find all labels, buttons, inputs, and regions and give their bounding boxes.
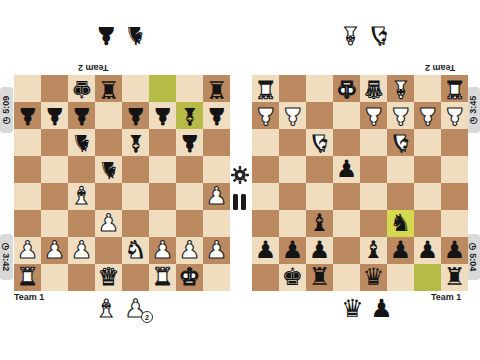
black-bishop-d7: ♝ — [363, 237, 385, 264]
square-g2[interactable]: ♟ — [176, 237, 203, 264]
team-2-label-right: Team 2 — [425, 63, 455, 73]
white-bishop-c1: ♝ — [390, 75, 412, 102]
square-a4[interactable] — [441, 156, 468, 183]
square-e3[interactable] — [122, 210, 149, 237]
white-queen-d1: ♛ — [363, 75, 385, 102]
white-queen-d1: ♛ — [98, 264, 120, 291]
square-a7[interactable]: ♟ — [14, 102, 41, 129]
white-pawn-h4: ♟ — [206, 183, 228, 210]
black-bishop-e6: ♝ — [125, 129, 147, 156]
square-e8[interactable] — [333, 264, 360, 291]
square-d1[interactable]: ♛ — [360, 75, 387, 102]
square-e3[interactable] — [333, 129, 360, 156]
square-b1[interactable] — [414, 75, 441, 102]
square-d4[interactable] — [95, 183, 122, 210]
black-pawn-glyph: ♟ — [95, 22, 117, 49]
square-e6[interactable]: ♝ — [122, 129, 149, 156]
square-c1[interactable] — [68, 264, 95, 291]
black-king-c8: ♚ — [71, 75, 93, 102]
square-d3[interactable] — [360, 129, 387, 156]
left-board[interactable]: ♚♜♜♟♟♟♟♟♝♟♞♝♟♞♝♟♟♟♟♟♞♟♟♟♜♛♜♚ — [14, 75, 230, 291]
square-g8[interactable] — [176, 75, 203, 102]
square-c2[interactable]: ♟ — [68, 237, 95, 264]
square-d1[interactable]: ♛ — [95, 264, 122, 291]
black-pawn-a7: ♟ — [444, 237, 466, 264]
captured-black-pawn[interactable]: ♟ — [93, 20, 120, 50]
square-a7[interactable]: ♟ — [441, 237, 468, 264]
black-rook-f8: ♜ — [309, 264, 331, 291]
square-h5[interactable] — [252, 183, 279, 210]
square-g8[interactable]: ♚ — [279, 264, 306, 291]
square-a6[interactable] — [14, 129, 41, 156]
square-a8[interactable]: ♜ — [441, 264, 468, 291]
square-c7[interactable]: ♟ — [68, 102, 95, 129]
square-b7[interactable]: ♟ — [41, 102, 68, 129]
square-h8[interactable] — [252, 264, 279, 291]
tray-left-top[interactable]: ♟♞ — [93, 20, 149, 50]
black-knight-d5: ♞ — [98, 156, 120, 183]
square-f6[interactable] — [149, 129, 176, 156]
square-h8[interactable]: ♜ — [203, 75, 230, 102]
black-pawn-g7: ♟ — [282, 237, 304, 264]
right-board[interactable]: ♜♚♛♝♜♟♟♟♟♟♟♞♞♟♝♞♟♟♟♝♟♟♟♚♜♛♜ — [252, 75, 468, 291]
clock-left-bottom: ◷ 3:42 — [0, 234, 13, 280]
captured-black-pawn[interactable]: ♟ — [368, 293, 395, 323]
square-f7[interactable]: ♟ — [149, 102, 176, 129]
square-h5[interactable] — [203, 156, 230, 183]
square-a5[interactable] — [441, 183, 468, 210]
tray-right-bottom[interactable]: ♛♟ — [339, 293, 395, 323]
square-h6[interactable] — [252, 210, 279, 237]
clock-icon: ◷ — [469, 116, 479, 124]
white-pawn-d3: ♟ — [98, 210, 120, 237]
white-pawn-b2: ♟ — [44, 237, 66, 264]
white-pawn-b2: ♟ — [417, 102, 439, 129]
black-rook-h8: ♜ — [206, 75, 228, 102]
square-h1[interactable] — [203, 264, 230, 291]
black-rook-d8: ♜ — [98, 75, 120, 102]
white-pawn-g2: ♟ — [179, 237, 201, 264]
square-c1[interactable]: ♝ — [387, 75, 414, 102]
white-bishop-glyph: ♝ — [339, 22, 361, 49]
black-pawn-c7: ♟ — [71, 102, 93, 129]
square-a8[interactable] — [14, 75, 41, 102]
square-d5[interactable]: ♞ — [95, 156, 122, 183]
clock-left-top: ◷ 5:09 — [0, 87, 13, 133]
white-rook-f1: ♜ — [152, 264, 174, 291]
black-bishop-g7: ♝ — [179, 102, 201, 129]
captured-white-bishop[interactable]: ♝ — [93, 293, 120, 323]
square-a1[interactable]: ♜ — [441, 75, 468, 102]
square-b4[interactable] — [414, 156, 441, 183]
square-d2[interactable]: ♟ — [360, 102, 387, 129]
square-f2[interactable]: ♟ — [149, 237, 176, 264]
square-c4[interactable] — [387, 156, 414, 183]
square-h3[interactable] — [203, 210, 230, 237]
square-a2[interactable]: ♟ — [441, 102, 468, 129]
square-h6[interactable] — [203, 129, 230, 156]
square-g7[interactable]: ♟ — [279, 237, 306, 264]
square-f5[interactable] — [149, 156, 176, 183]
square-e2[interactable] — [333, 102, 360, 129]
white-rook-a1: ♜ — [444, 75, 466, 102]
square-d5[interactable] — [360, 183, 387, 210]
square-f6[interactable]: ♝ — [306, 210, 333, 237]
square-e2[interactable]: ♞ — [122, 237, 149, 264]
square-f8[interactable]: ♜ — [306, 264, 333, 291]
black-pawn-f7: ♟ — [152, 102, 174, 129]
square-e6[interactable] — [333, 210, 360, 237]
clock-icon: ◷ — [469, 243, 479, 251]
square-d6[interactable] — [95, 129, 122, 156]
square-c8[interactable] — [387, 264, 414, 291]
black-pawn-f7: ♟ — [309, 237, 331, 264]
square-f7[interactable]: ♟ — [306, 237, 333, 264]
square-d6[interactable] — [360, 210, 387, 237]
square-c3[interactable] — [68, 210, 95, 237]
team-1-label-right: Team 1 — [431, 292, 461, 302]
square-b3[interactable] — [41, 210, 68, 237]
square-b1[interactable] — [41, 264, 68, 291]
square-e1[interactable]: ♚ — [333, 75, 360, 102]
square-e5[interactable] — [122, 156, 149, 183]
black-pawn-e4: ♟ — [336, 156, 358, 183]
square-a3[interactable] — [441, 129, 468, 156]
white-pawn-h2: ♟ — [206, 237, 228, 264]
square-e1[interactable] — [122, 264, 149, 291]
square-c2[interactable]: ♟ — [387, 102, 414, 129]
black-king-g8: ♚ — [282, 264, 304, 291]
square-c5[interactable] — [68, 156, 95, 183]
square-g6[interactable] — [279, 210, 306, 237]
square-c6-highlighted[interactable]: ♞ — [387, 210, 414, 237]
black-pawn-c7: ♟ — [390, 237, 412, 264]
clock-icon: ◷ — [2, 243, 12, 251]
square-a6[interactable] — [441, 210, 468, 237]
tray-left-bottom[interactable]: ♝♟2 — [93, 293, 149, 323]
square-a1[interactable]: ♜ — [14, 264, 41, 291]
square-b2[interactable]: ♟ — [41, 237, 68, 264]
pause-icon[interactable] — [233, 194, 248, 210]
black-pawn-e7: ♟ — [125, 102, 147, 129]
square-b5[interactable] — [414, 183, 441, 210]
clock-right-bottom: ◷ 5:04 — [467, 234, 480, 280]
square-e8[interactable] — [122, 75, 149, 102]
white-king-g1: ♚ — [179, 264, 201, 291]
black-pawn-b7: ♟ — [44, 102, 66, 129]
black-knight-glyph: ♞ — [124, 22, 146, 49]
square-g7-highlighted[interactable]: ♝ — [176, 102, 203, 129]
black-pawn-glyph: ♟ — [370, 295, 392, 322]
white-bishop-glyph: ♝ — [95, 295, 117, 322]
black-queen-glyph: ♛ — [341, 295, 363, 322]
square-g2[interactable]: ♟ — [279, 102, 306, 129]
square-b8[interactable] — [41, 75, 68, 102]
black-pawn-g6: ♟ — [179, 129, 201, 156]
black-pawn-h7: ♟ — [206, 102, 228, 129]
black-pawn-b7: ♟ — [417, 237, 439, 264]
black-pawn-h7: ♟ — [255, 237, 277, 264]
white-bishop-c4: ♝ — [71, 183, 93, 210]
white-pawn-g2: ♟ — [282, 102, 304, 129]
square-e7[interactable]: ♟ — [122, 102, 149, 129]
square-f1[interactable] — [306, 75, 333, 102]
captured-white-knight[interactable]: ♞ — [366, 20, 393, 50]
square-h7[interactable]: ♟ — [252, 237, 279, 264]
square-g3[interactable] — [176, 210, 203, 237]
clock-icon: ◷ — [2, 116, 12, 124]
square-h4[interactable]: ♟ — [203, 183, 230, 210]
square-d4[interactable] — [360, 156, 387, 183]
square-h7[interactable]: ♟ — [203, 102, 230, 129]
clock-right-top: ◷ 3:45 — [467, 87, 480, 133]
square-f3[interactable]: ♞ — [306, 129, 333, 156]
captured-white-bishop[interactable]: ♝ — [337, 20, 364, 50]
square-f8-highlighted[interactable] — [149, 75, 176, 102]
square-h3[interactable] — [252, 129, 279, 156]
square-g4[interactable] — [176, 183, 203, 210]
captured-white-pawn[interactable]: ♟2 — [122, 293, 149, 323]
square-f2[interactable] — [306, 102, 333, 129]
black-pawn-a7: ♟ — [17, 102, 39, 129]
white-pawn-c2: ♟ — [390, 102, 412, 129]
square-b4[interactable] — [41, 183, 68, 210]
settings-gear-icon[interactable] — [231, 166, 249, 184]
square-g5[interactable] — [279, 183, 306, 210]
square-a3[interactable] — [14, 210, 41, 237]
square-c5[interactable] — [387, 183, 414, 210]
tray-right-top[interactable]: ♝♞ — [337, 20, 393, 50]
square-f4[interactable] — [306, 156, 333, 183]
square-d7[interactable]: ♝ — [360, 237, 387, 264]
square-g3[interactable] — [279, 129, 306, 156]
square-f4[interactable] — [149, 183, 176, 210]
square-b5[interactable] — [41, 156, 68, 183]
square-e7[interactable] — [333, 237, 360, 264]
square-g1[interactable]: ♚ — [176, 264, 203, 291]
square-b8-highlighted[interactable] — [414, 264, 441, 291]
square-d2[interactable] — [95, 237, 122, 264]
square-a4[interactable] — [14, 183, 41, 210]
black-rook-a8: ♜ — [444, 264, 466, 291]
white-knight-glyph: ♞ — [368, 22, 390, 49]
white-king-e1: ♚ — [336, 75, 358, 102]
square-b3[interactable] — [414, 129, 441, 156]
team-2-label-left: Team 2 — [78, 63, 108, 73]
square-c3[interactable]: ♞ — [387, 129, 414, 156]
square-h2[interactable]: ♟ — [203, 237, 230, 264]
white-pawn-d2: ♟ — [363, 102, 385, 129]
square-a5[interactable] — [14, 156, 41, 183]
white-knight-f3: ♞ — [309, 129, 331, 156]
square-d8[interactable]: ♛ — [360, 264, 387, 291]
square-g5[interactable] — [176, 156, 203, 183]
white-knight-e2: ♞ — [125, 237, 147, 264]
white-knight-c3: ♞ — [390, 129, 412, 156]
square-b6[interactable] — [414, 210, 441, 237]
square-d8[interactable]: ♜ — [95, 75, 122, 102]
square-d3[interactable]: ♟ — [95, 210, 122, 237]
white-pawn-a2: ♟ — [444, 102, 466, 129]
black-queen-d8: ♛ — [363, 264, 385, 291]
square-d7[interactable] — [95, 102, 122, 129]
square-e4[interactable]: ♟ — [333, 156, 360, 183]
square-b7[interactable]: ♟ — [414, 237, 441, 264]
square-g4[interactable] — [279, 156, 306, 183]
white-rook-a1: ♜ — [17, 264, 39, 291]
square-f3[interactable] — [149, 210, 176, 237]
black-knight-c6: ♞ — [71, 129, 93, 156]
black-bishop-f6: ♝ — [309, 210, 331, 237]
square-h1[interactable]: ♜ — [252, 75, 279, 102]
square-c4[interactable]: ♝ — [68, 183, 95, 210]
square-e4[interactable] — [122, 183, 149, 210]
square-g1[interactable] — [279, 75, 306, 102]
white-rook-h1: ♜ — [255, 75, 277, 102]
bughouse-app-screen: Team 2 Team 1 Team 2 Team 1 ◷ 5:09 ◷ 3:4… — [0, 0, 480, 360]
white-pawn-f2: ♟ — [152, 237, 174, 264]
white-pawn-a2: ♟ — [17, 237, 39, 264]
square-c6[interactable]: ♞ — [68, 129, 95, 156]
captured-black-knight[interactable]: ♞ — [122, 20, 149, 50]
captured-black-queen[interactable]: ♛ — [339, 293, 366, 323]
square-h2[interactable]: ♟ — [252, 102, 279, 129]
square-g6[interactable]: ♟ — [176, 129, 203, 156]
square-b2[interactable]: ♟ — [414, 102, 441, 129]
white-pawn-h2: ♟ — [255, 102, 277, 129]
black-knight-c6: ♞ — [390, 210, 412, 237]
square-f5[interactable] — [306, 183, 333, 210]
square-a2[interactable]: ♟ — [14, 237, 41, 264]
square-c7[interactable]: ♟ — [387, 237, 414, 264]
square-b6[interactable] — [41, 129, 68, 156]
white-pawn-c2: ♟ — [71, 237, 93, 264]
captured-count-badge: 2 — [141, 311, 153, 323]
square-e5[interactable] — [333, 183, 360, 210]
square-c8[interactable]: ♚ — [68, 75, 95, 102]
square-f1[interactable]: ♜ — [149, 264, 176, 291]
team-1-label-left: Team 1 — [14, 292, 44, 302]
square-h4[interactable] — [252, 156, 279, 183]
